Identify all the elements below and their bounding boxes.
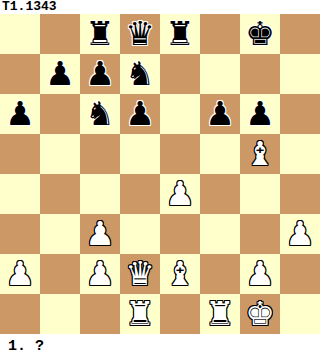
white-bishop: ♝ xyxy=(165,254,195,294)
square-d3[interactable] xyxy=(120,214,160,254)
square-g7[interactable] xyxy=(240,54,280,94)
square-d4[interactable] xyxy=(120,174,160,214)
square-f5[interactable] xyxy=(200,134,240,174)
square-f4[interactable] xyxy=(200,174,240,214)
square-b1[interactable] xyxy=(40,294,80,334)
square-c3[interactable]: ♟ xyxy=(80,214,120,254)
square-c5[interactable] xyxy=(80,134,120,174)
black-king: ♚ xyxy=(245,14,275,54)
black-pawn: ♟ xyxy=(245,94,275,134)
black-rook: ♜ xyxy=(165,14,195,54)
square-a1[interactable] xyxy=(0,294,40,334)
square-h8[interactable] xyxy=(280,14,320,54)
square-b8[interactable] xyxy=(40,14,80,54)
square-d1[interactable]: ♜ xyxy=(120,294,160,334)
square-h1[interactable] xyxy=(280,294,320,334)
square-c6[interactable]: ♞ xyxy=(80,94,120,134)
puzzle-title: T1.1343 xyxy=(2,0,57,14)
square-h4[interactable] xyxy=(280,174,320,214)
square-e5[interactable] xyxy=(160,134,200,174)
square-d7[interactable]: ♞ xyxy=(120,54,160,94)
square-g6[interactable]: ♟ xyxy=(240,94,280,134)
square-b3[interactable] xyxy=(40,214,80,254)
square-h7[interactable] xyxy=(280,54,320,94)
square-a3[interactable] xyxy=(0,214,40,254)
square-c1[interactable] xyxy=(80,294,120,334)
white-rook: ♜ xyxy=(125,294,155,334)
square-f1[interactable]: ♜ xyxy=(200,294,240,334)
square-f7[interactable] xyxy=(200,54,240,94)
square-f8[interactable] xyxy=(200,14,240,54)
white-pawn: ♟ xyxy=(245,254,275,294)
square-h2[interactable] xyxy=(280,254,320,294)
white-rook: ♜ xyxy=(205,294,235,334)
white-pawn: ♟ xyxy=(85,254,115,294)
square-d8[interactable]: ♛ xyxy=(120,14,160,54)
square-c4[interactable] xyxy=(80,174,120,214)
square-e1[interactable] xyxy=(160,294,200,334)
square-d5[interactable] xyxy=(120,134,160,174)
square-a4[interactable] xyxy=(0,174,40,214)
white-bishop: ♝ xyxy=(245,134,275,174)
square-a6[interactable]: ♟ xyxy=(0,94,40,134)
black-knight: ♞ xyxy=(85,94,115,134)
white-pawn: ♟ xyxy=(285,214,315,254)
square-e8[interactable]: ♜ xyxy=(160,14,200,54)
square-g3[interactable] xyxy=(240,214,280,254)
black-pawn: ♟ xyxy=(205,94,235,134)
black-knight: ♞ xyxy=(125,54,155,94)
black-pawn: ♟ xyxy=(125,94,155,134)
square-g5[interactable]: ♝ xyxy=(240,134,280,174)
square-d2[interactable]: ♛ xyxy=(120,254,160,294)
square-a7[interactable] xyxy=(0,54,40,94)
white-pawn: ♟ xyxy=(165,174,195,214)
black-pawn: ♟ xyxy=(85,54,115,94)
square-a2[interactable]: ♟ xyxy=(0,254,40,294)
square-b7[interactable]: ♟ xyxy=(40,54,80,94)
square-d6[interactable]: ♟ xyxy=(120,94,160,134)
chess-board: ♜♛♜♚♟♟♞♟♞♟♟♟♝♟♟♟♟♟♛♝♟♜♜♚ xyxy=(0,14,320,334)
black-pawn: ♟ xyxy=(5,94,35,134)
white-king: ♚ xyxy=(245,294,275,334)
square-g1[interactable]: ♚ xyxy=(240,294,280,334)
square-f6[interactable]: ♟ xyxy=(200,94,240,134)
square-b4[interactable] xyxy=(40,174,80,214)
black-queen: ♛ xyxy=(125,14,155,54)
square-a8[interactable] xyxy=(0,14,40,54)
move-prompt: 1. ? xyxy=(8,336,44,358)
square-g8[interactable]: ♚ xyxy=(240,14,280,54)
square-e3[interactable] xyxy=(160,214,200,254)
square-c8[interactable]: ♜ xyxy=(80,14,120,54)
square-b2[interactable] xyxy=(40,254,80,294)
square-f3[interactable] xyxy=(200,214,240,254)
square-a5[interactable] xyxy=(0,134,40,174)
square-e6[interactable] xyxy=(160,94,200,134)
square-f2[interactable] xyxy=(200,254,240,294)
square-e7[interactable] xyxy=(160,54,200,94)
square-h3[interactable]: ♟ xyxy=(280,214,320,254)
square-g2[interactable]: ♟ xyxy=(240,254,280,294)
white-queen: ♛ xyxy=(125,254,155,294)
square-e2[interactable]: ♝ xyxy=(160,254,200,294)
black-pawn: ♟ xyxy=(45,54,75,94)
square-h6[interactable] xyxy=(280,94,320,134)
square-h5[interactable] xyxy=(280,134,320,174)
white-pawn: ♟ xyxy=(85,214,115,254)
square-c2[interactable]: ♟ xyxy=(80,254,120,294)
square-c7[interactable]: ♟ xyxy=(80,54,120,94)
white-pawn: ♟ xyxy=(5,254,35,294)
square-e4[interactable]: ♟ xyxy=(160,174,200,214)
square-b5[interactable] xyxy=(40,134,80,174)
black-rook: ♜ xyxy=(85,14,115,54)
square-b6[interactable] xyxy=(40,94,80,134)
square-g4[interactable] xyxy=(240,174,280,214)
